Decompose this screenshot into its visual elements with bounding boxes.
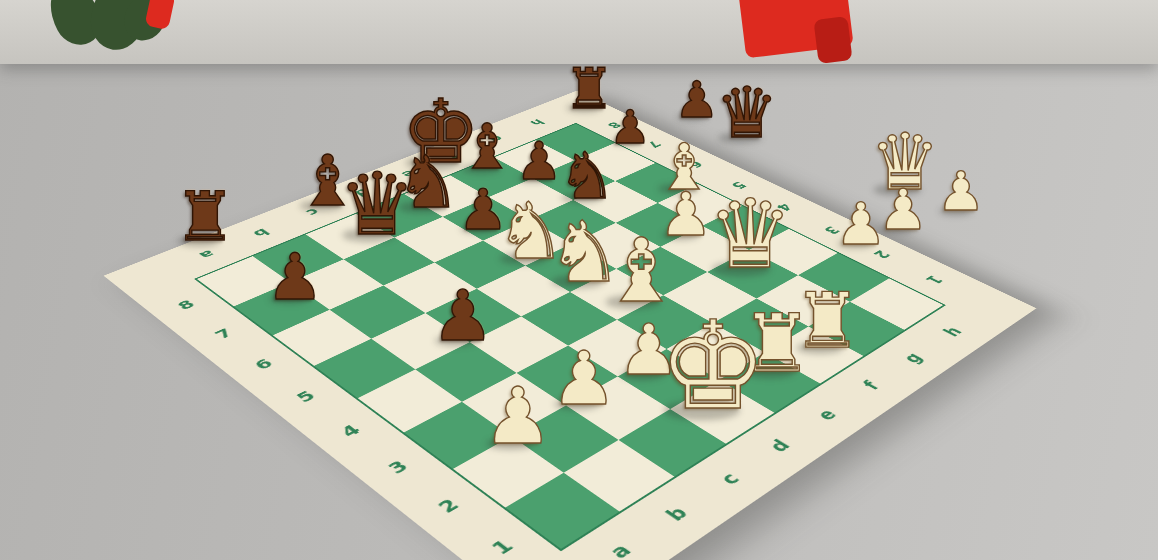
piece-black-r-captured[interactable]: ♜ <box>564 61 614 117</box>
piece-black-q-captured[interactable]: ♛ <box>716 78 779 148</box>
piece-black-p-f7[interactable]: ♟ <box>516 135 563 187</box>
piece-white-p-g2[interactable]: ♟ <box>835 195 887 253</box>
piece-black-b-f8[interactable]: ♝ <box>459 116 515 178</box>
piece-white-q-g3[interactable]: ♛ <box>707 187 792 282</box>
piece-black-r-a8[interactable]: ♜ <box>175 183 236 251</box>
coord-file-c-bottom: c <box>708 465 752 493</box>
coord-rank-7-left: 7 <box>204 323 243 345</box>
coord-file-b-bottom: b <box>654 499 699 529</box>
coord-rank-2-left: 2 <box>426 491 471 521</box>
piece-black-p-b4[interactable]: ♟ <box>432 281 495 351</box>
coord-file-e-bottom: e <box>806 402 847 427</box>
coord-file-h-top: h <box>522 116 552 130</box>
coord-file-f-bottom: f <box>851 374 891 398</box>
coord-file-h-bottom: h <box>933 321 971 342</box>
piece-black-p-captured[interactable]: ♟ <box>609 104 650 150</box>
coord-rank-8-left: 8 <box>167 294 205 315</box>
coord-rank-5-left: 5 <box>285 384 326 409</box>
piece-black-p-captured[interactable]: ♟ <box>675 75 720 125</box>
piece-black-n-g7[interactable]: ♞ <box>558 144 615 208</box>
piece-white-p-b2[interactable]: ♟ <box>551 341 617 415</box>
coord-file-a-bottom: a <box>597 535 643 560</box>
coord-rank-3-left: 3 <box>376 453 420 481</box>
coord-file-g-bottom: g <box>893 346 932 369</box>
scene: 11aa22bb33cc44dd55ee66ff77gg88hh ♜♟♛♟♚♝♟… <box>0 0 1158 560</box>
piece-black-q-d7[interactable]: ♛ <box>338 161 415 247</box>
piece-black-p-a6[interactable]: ♟ <box>266 245 323 309</box>
piece-white-k-c1[interactable]: ♚ <box>658 305 767 427</box>
piece-white-p-a2[interactable]: ♟ <box>483 377 553 455</box>
coord-rank-4-left: 4 <box>329 418 371 444</box>
piece-white-p-captured[interactable]: ♟ <box>937 165 985 219</box>
coord-rank-6-left: 6 <box>244 353 284 376</box>
coord-rank-1-left: 1 <box>479 531 525 560</box>
coord-rank-1-right: 1 <box>917 270 953 289</box>
